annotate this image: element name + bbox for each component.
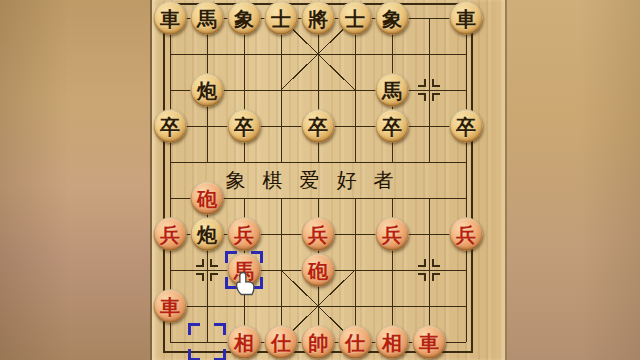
piece-red-soldier[interactable]: 兵 <box>228 218 261 251</box>
piece-glyph: 仕 <box>345 332 365 352</box>
piece-glyph: 兵 <box>234 224 254 244</box>
piece-glyph: 相 <box>382 332 402 352</box>
piece-glyph: 車 <box>456 8 476 28</box>
piece-glyph: 卒 <box>160 116 180 136</box>
piece-black-chariot[interactable]: 車 <box>154 2 187 35</box>
piece-black-soldier[interactable]: 卒 <box>302 110 335 143</box>
piece-glyph: 車 <box>160 296 180 316</box>
piece-glyph: 相 <box>234 332 254 352</box>
piece-black-soldier[interactable]: 卒 <box>450 110 483 143</box>
piece-black-chariot[interactable]: 車 <box>450 2 483 35</box>
piece-glyph: 卒 <box>308 116 328 136</box>
piece-glyph: 帥 <box>308 332 328 352</box>
piece-black-cannon[interactable]: 炮 <box>191 74 224 107</box>
piece-glyph: 將 <box>308 8 328 28</box>
piece-glyph: 兵 <box>382 224 402 244</box>
piece-black-soldier[interactable]: 卒 <box>228 110 261 143</box>
piece-black-advisor[interactable]: 士 <box>265 2 298 35</box>
piece-red-soldier[interactable]: 兵 <box>154 218 187 251</box>
piece-red-chariot[interactable]: 車 <box>154 290 187 323</box>
piece-glyph: 車 <box>419 332 439 352</box>
piece-glyph: 象 <box>234 8 254 28</box>
piece-red-elephant[interactable]: 相 <box>228 326 261 359</box>
piece-glyph: 兵 <box>160 224 180 244</box>
piece-glyph: 車 <box>160 8 180 28</box>
piece-glyph: 馬 <box>382 80 402 100</box>
piece-glyph: 士 <box>345 8 365 28</box>
piece-glyph: 象 <box>382 8 402 28</box>
hand-pointer-cursor <box>235 271 257 298</box>
piece-glyph: 炮 <box>197 80 217 100</box>
blurred-background-left <box>0 0 152 360</box>
piece-red-cannon[interactable]: 砲 <box>302 254 335 287</box>
piece-black-soldier[interactable]: 卒 <box>154 110 187 143</box>
piece-red-elephant[interactable]: 相 <box>376 326 409 359</box>
piece-glyph: 卒 <box>456 116 476 136</box>
piece-black-general[interactable]: 將 <box>302 2 335 35</box>
piece-red-general[interactable]: 帥 <box>302 326 335 359</box>
piece-black-elephant[interactable]: 象 <box>376 2 409 35</box>
piece-red-chariot[interactable]: 車 <box>413 326 446 359</box>
piece-glyph: 兵 <box>456 224 476 244</box>
piece-black-cannon[interactable]: 炮 <box>191 218 224 251</box>
piece-glyph: 卒 <box>234 116 254 136</box>
piece-glyph: 馬 <box>197 8 217 28</box>
piece-glyph: 兵 <box>308 224 328 244</box>
piece-glyph: 士 <box>271 8 291 28</box>
piece-black-elephant[interactable]: 象 <box>228 2 261 35</box>
piece-glyph: 炮 <box>197 224 217 244</box>
river-text: 象棋爱好者 <box>213 163 423 197</box>
piece-red-advisor[interactable]: 仕 <box>339 326 372 359</box>
xiangqi-board[interactable]: 象棋爱好者 車馬象士將士象車炮馬卒卒卒卒卒炮砲兵兵兵兵兵馬砲車相仕帥仕相車 <box>150 0 507 360</box>
piece-black-horse[interactable]: 馬 <box>376 74 409 107</box>
piece-red-soldier[interactable]: 兵 <box>450 218 483 251</box>
piece-red-cannon[interactable]: 砲 <box>191 182 224 215</box>
piece-glyph: 砲 <box>197 188 217 208</box>
piece-red-soldier[interactable]: 兵 <box>376 218 409 251</box>
piece-glyph: 仕 <box>271 332 291 352</box>
piece-red-soldier[interactable]: 兵 <box>302 218 335 251</box>
piece-black-soldier[interactable]: 卒 <box>376 110 409 143</box>
piece-black-horse[interactable]: 馬 <box>191 2 224 35</box>
piece-black-advisor[interactable]: 士 <box>339 2 372 35</box>
blurred-background-right <box>506 0 640 360</box>
piece-glyph: 砲 <box>308 260 328 280</box>
piece-glyph: 卒 <box>382 116 402 136</box>
piece-red-advisor[interactable]: 仕 <box>265 326 298 359</box>
